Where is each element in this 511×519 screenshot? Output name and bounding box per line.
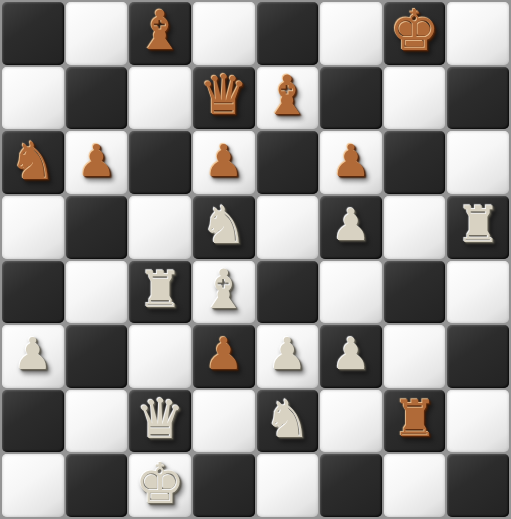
square-f6[interactable]: ♟ [320, 131, 382, 194]
square-g5[interactable] [384, 196, 446, 259]
square-c1[interactable]: ♚ [129, 454, 191, 517]
square-e1[interactable] [257, 454, 319, 517]
square-c6[interactable] [129, 131, 191, 194]
square-f5[interactable]: ♟ [320, 196, 382, 259]
square-h5[interactable]: ♜ [447, 196, 509, 259]
silver-knight: ♞ [264, 393, 311, 445]
square-a2[interactable] [2, 390, 64, 453]
chess-board: ♝♚♛♝♞♟♟♟♞♟♜♜♝♟♟♟♟♛♞♜♚ [0, 0, 511, 519]
silver-pawn: ♟ [268, 332, 307, 376]
square-h6[interactable] [447, 131, 509, 194]
square-f3[interactable]: ♟ [320, 325, 382, 388]
square-h3[interactable] [447, 325, 509, 388]
square-e5[interactable] [257, 196, 319, 259]
square-a5[interactable] [2, 196, 64, 259]
copper-pawn: ♟ [204, 332, 243, 376]
silver-rook: ♜ [138, 265, 183, 315]
silver-bishop: ♝ [199, 263, 247, 317]
silver-pawn: ♟ [13, 332, 52, 376]
square-g8[interactable]: ♚ [384, 2, 446, 65]
square-b2[interactable] [66, 390, 128, 453]
square-c4[interactable]: ♜ [129, 261, 191, 324]
square-g2[interactable]: ♜ [384, 390, 446, 453]
copper-pawn: ♟ [77, 139, 116, 183]
copper-bishop: ♝ [136, 4, 184, 58]
square-a1[interactable] [2, 454, 64, 517]
square-g1[interactable] [384, 454, 446, 517]
square-h4[interactable] [447, 261, 509, 324]
square-b1[interactable] [66, 454, 128, 517]
copper-rook: ♜ [392, 394, 437, 444]
square-b5[interactable] [66, 196, 128, 259]
silver-pawn: ♟ [331, 332, 370, 376]
square-d3[interactable]: ♟ [193, 325, 255, 388]
square-h2[interactable] [447, 390, 509, 453]
square-a8[interactable] [2, 2, 64, 65]
square-c2[interactable]: ♛ [129, 390, 191, 453]
silver-king: ♚ [135, 456, 185, 512]
square-d2[interactable] [193, 390, 255, 453]
copper-bishop: ♝ [263, 69, 311, 123]
square-f7[interactable] [320, 67, 382, 130]
square-h8[interactable] [447, 2, 509, 65]
square-f4[interactable] [320, 261, 382, 324]
copper-queen: ♛ [199, 68, 248, 123]
square-c8[interactable]: ♝ [129, 2, 191, 65]
square-b8[interactable] [66, 2, 128, 65]
square-g7[interactable] [384, 67, 446, 130]
square-a6[interactable]: ♞ [2, 131, 64, 194]
square-e8[interactable] [257, 2, 319, 65]
copper-king: ♚ [389, 3, 439, 59]
square-d5[interactable]: ♞ [193, 196, 255, 259]
square-e6[interactable] [257, 131, 319, 194]
copper-knight: ♞ [10, 135, 57, 187]
square-g4[interactable] [384, 261, 446, 324]
square-d4[interactable]: ♝ [193, 261, 255, 324]
square-e2[interactable]: ♞ [257, 390, 319, 453]
square-f2[interactable] [320, 390, 382, 453]
square-b7[interactable] [66, 67, 128, 130]
square-a4[interactable] [2, 261, 64, 324]
square-b4[interactable] [66, 261, 128, 324]
square-d6[interactable]: ♟ [193, 131, 255, 194]
square-g3[interactable] [384, 325, 446, 388]
square-c7[interactable] [129, 67, 191, 130]
square-d8[interactable] [193, 2, 255, 65]
silver-queen: ♛ [135, 392, 184, 447]
square-a7[interactable] [2, 67, 64, 130]
silver-knight: ♞ [200, 199, 247, 251]
square-h1[interactable] [447, 454, 509, 517]
square-e7[interactable]: ♝ [257, 67, 319, 130]
square-b3[interactable] [66, 325, 128, 388]
square-h7[interactable] [447, 67, 509, 130]
square-f8[interactable] [320, 2, 382, 65]
square-c3[interactable] [129, 325, 191, 388]
square-d1[interactable] [193, 454, 255, 517]
square-g6[interactable] [384, 131, 446, 194]
silver-rook: ♜ [456, 200, 501, 250]
square-e3[interactable]: ♟ [257, 325, 319, 388]
square-f1[interactable] [320, 454, 382, 517]
square-e4[interactable] [257, 261, 319, 324]
square-a3[interactable]: ♟ [2, 325, 64, 388]
silver-pawn: ♟ [331, 203, 370, 247]
square-b6[interactable]: ♟ [66, 131, 128, 194]
square-d7[interactable]: ♛ [193, 67, 255, 130]
square-c5[interactable] [129, 196, 191, 259]
copper-pawn: ♟ [331, 139, 370, 183]
copper-pawn: ♟ [204, 139, 243, 183]
